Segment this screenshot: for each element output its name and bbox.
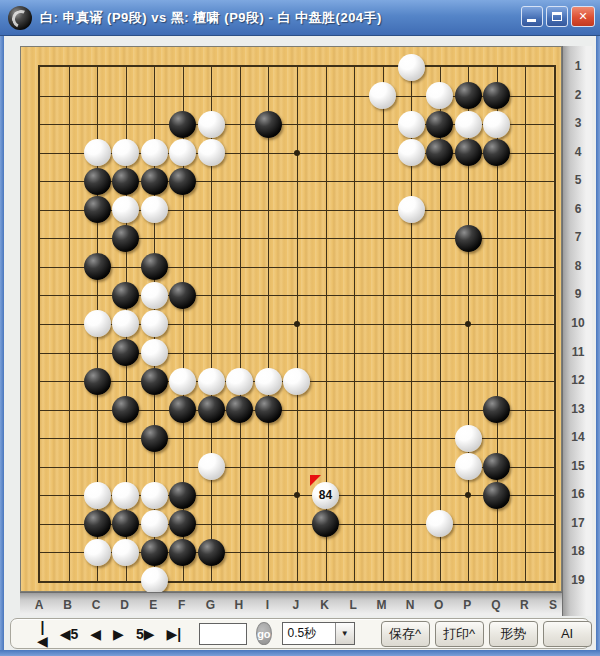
grid-line-vertical bbox=[354, 67, 355, 581]
white-stone bbox=[398, 139, 425, 166]
white-stone bbox=[141, 139, 168, 166]
white-stone bbox=[398, 111, 425, 138]
black-stone bbox=[84, 510, 111, 537]
black-stone bbox=[84, 368, 111, 395]
black-stone bbox=[112, 225, 139, 252]
white-stone bbox=[369, 82, 396, 109]
move-number-input[interactable] bbox=[199, 623, 247, 645]
column-label: E bbox=[143, 598, 163, 612]
black-stone bbox=[426, 111, 453, 138]
white-stone bbox=[398, 54, 425, 81]
black-stone bbox=[455, 139, 482, 166]
nav-group: |◀ ◀5 ◀ ▶ 5▶ ▶| bbox=[33, 618, 185, 650]
maximize-icon bbox=[552, 12, 562, 21]
row-label: 4 bbox=[568, 145, 588, 159]
maximize-button[interactable] bbox=[546, 6, 568, 27]
white-stone bbox=[141, 510, 168, 537]
row-label: 18 bbox=[568, 544, 588, 558]
white-stone bbox=[112, 539, 139, 566]
white-stone bbox=[198, 368, 225, 395]
row-label: 9 bbox=[568, 287, 588, 301]
black-stone bbox=[255, 396, 282, 423]
minimize-icon bbox=[527, 19, 536, 22]
black-stone bbox=[112, 339, 139, 366]
board-panel: 84 12345678910111213141516171819 ABCDEFG… bbox=[4, 36, 596, 650]
white-stone bbox=[141, 339, 168, 366]
toolbar: |◀ ◀5 ◀ ▶ 5▶ ▶| go 0.5秒 ▼ 保存^ 打印^ 形势 AI bbox=[10, 618, 590, 649]
column-label: B bbox=[58, 598, 78, 612]
black-stone bbox=[169, 482, 196, 509]
row-label: 5 bbox=[568, 173, 588, 187]
white-stone bbox=[141, 310, 168, 337]
app-window: 白: 申真谞 (P9段) vs 黑: 檀啸 (P9段) - 白 中盘胜(204手… bbox=[0, 0, 600, 656]
column-label: L bbox=[343, 598, 363, 612]
row-label: 1 bbox=[568, 59, 588, 73]
white-stone bbox=[84, 139, 111, 166]
column-label: I bbox=[257, 598, 277, 612]
window-title: 白: 申真谞 (P9段) vs 黑: 檀啸 (P9段) - 白 中盘胜(204手… bbox=[40, 9, 382, 27]
close-icon: ✕ bbox=[578, 10, 587, 23]
white-stone bbox=[455, 111, 482, 138]
white-stone bbox=[455, 453, 482, 480]
row-label: 15 bbox=[568, 459, 588, 473]
move-marker-icon bbox=[310, 475, 321, 486]
last-move-stone: 84 bbox=[312, 482, 339, 509]
white-stone bbox=[283, 368, 310, 395]
row-label: 10 bbox=[568, 316, 588, 330]
column-label: A bbox=[29, 598, 49, 612]
black-stone bbox=[141, 168, 168, 195]
star-point bbox=[294, 321, 300, 327]
black-stone bbox=[198, 539, 225, 566]
grid-line-vertical bbox=[383, 67, 384, 581]
column-label: M bbox=[372, 598, 392, 612]
white-stone bbox=[226, 368, 253, 395]
black-stone bbox=[84, 196, 111, 223]
white-stone bbox=[169, 368, 196, 395]
white-stone bbox=[255, 368, 282, 395]
white-stone bbox=[398, 196, 425, 223]
go-board[interactable]: 84 bbox=[20, 46, 562, 592]
column-label: H bbox=[229, 598, 249, 612]
app-icon bbox=[8, 6, 32, 30]
white-stone bbox=[84, 310, 111, 337]
row-label: 19 bbox=[568, 573, 588, 587]
move-number-label: 84 bbox=[319, 489, 332, 501]
column-label: P bbox=[457, 598, 477, 612]
ai-button[interactable]: AI bbox=[543, 621, 592, 647]
row-label: 3 bbox=[568, 116, 588, 130]
white-stone bbox=[198, 139, 225, 166]
column-label: D bbox=[115, 598, 135, 612]
forward-5-moves-button[interactable]: 5▶ bbox=[132, 625, 159, 643]
save-button[interactable]: 保存^ bbox=[381, 621, 430, 647]
white-stone bbox=[141, 282, 168, 309]
white-stone bbox=[455, 425, 482, 452]
white-stone bbox=[84, 539, 111, 566]
white-stone bbox=[483, 111, 510, 138]
back-5-moves-button[interactable]: ◀5 bbox=[56, 625, 83, 643]
column-label: O bbox=[429, 598, 449, 612]
black-stone bbox=[141, 539, 168, 566]
row-label: 16 bbox=[568, 487, 588, 501]
forward-1-move-button[interactable]: ▶ bbox=[109, 625, 128, 643]
column-label: F bbox=[172, 598, 192, 612]
black-stone bbox=[141, 425, 168, 452]
black-stone bbox=[141, 368, 168, 395]
white-stone bbox=[84, 482, 111, 509]
white-stone bbox=[141, 567, 168, 594]
white-stone bbox=[112, 482, 139, 509]
black-stone bbox=[169, 282, 196, 309]
black-stone bbox=[141, 253, 168, 280]
black-stone bbox=[169, 111, 196, 138]
white-stone bbox=[198, 453, 225, 480]
window-border-right bbox=[596, 36, 600, 650]
chevron-down-icon[interactable]: ▼ bbox=[335, 623, 354, 644]
title-bar[interactable]: 白: 申真谞 (P9段) vs 黑: 檀啸 (P9段) - 白 中盘胜(204手… bbox=[0, 0, 600, 36]
column-label: S bbox=[543, 598, 563, 612]
white-stone bbox=[141, 482, 168, 509]
white-stone bbox=[141, 196, 168, 223]
column-label: R bbox=[514, 598, 534, 612]
print-button[interactable]: 打印^ bbox=[435, 621, 484, 647]
black-stone bbox=[255, 111, 282, 138]
last-move-button[interactable]: ▶| bbox=[162, 625, 185, 643]
row-label: 13 bbox=[568, 402, 588, 416]
black-stone bbox=[169, 168, 196, 195]
command-buttons: 保存^ 打印^ 形势 AI bbox=[381, 621, 592, 647]
row-labels-strip: 12345678910111213141516171819 bbox=[562, 46, 592, 616]
column-label: Q bbox=[486, 598, 506, 612]
black-stone bbox=[112, 282, 139, 309]
column-label: J bbox=[286, 598, 306, 612]
black-stone bbox=[84, 253, 111, 280]
row-label: 14 bbox=[568, 430, 588, 444]
column-label: C bbox=[86, 598, 106, 612]
first-move-button[interactable]: |◀ bbox=[33, 618, 52, 650]
window-border-bottom bbox=[0, 650, 600, 656]
delay-value: 0.5秒 bbox=[283, 623, 335, 644]
row-label: 12 bbox=[568, 373, 588, 387]
black-stone bbox=[483, 482, 510, 509]
close-button[interactable]: ✕ bbox=[571, 6, 595, 27]
grid-line-vertical bbox=[525, 67, 526, 581]
row-label: 11 bbox=[568, 345, 588, 359]
black-stone bbox=[112, 168, 139, 195]
black-stone bbox=[169, 539, 196, 566]
row-label: 6 bbox=[568, 202, 588, 216]
white-stone bbox=[198, 111, 225, 138]
position-estimate-button[interactable]: 形势 bbox=[489, 621, 538, 647]
column-label: G bbox=[200, 598, 220, 612]
delay-select[interactable]: 0.5秒 ▼ bbox=[282, 622, 355, 645]
back-1-move-button[interactable]: ◀ bbox=[86, 625, 105, 643]
row-label: 7 bbox=[568, 230, 588, 244]
black-stone bbox=[455, 82, 482, 109]
row-label: 2 bbox=[568, 88, 588, 102]
go-button[interactable]: go bbox=[256, 622, 271, 645]
row-label: 8 bbox=[568, 259, 588, 273]
black-stone bbox=[84, 168, 111, 195]
black-stone bbox=[198, 396, 225, 423]
black-stone bbox=[455, 225, 482, 252]
minimize-button[interactable] bbox=[521, 6, 543, 27]
star-point bbox=[294, 150, 300, 156]
column-label: K bbox=[315, 598, 335, 612]
row-label: 17 bbox=[568, 516, 588, 530]
column-labels-strip: ABCDEFGHIJKLMNOPQRS bbox=[20, 592, 562, 616]
column-label: N bbox=[400, 598, 420, 612]
